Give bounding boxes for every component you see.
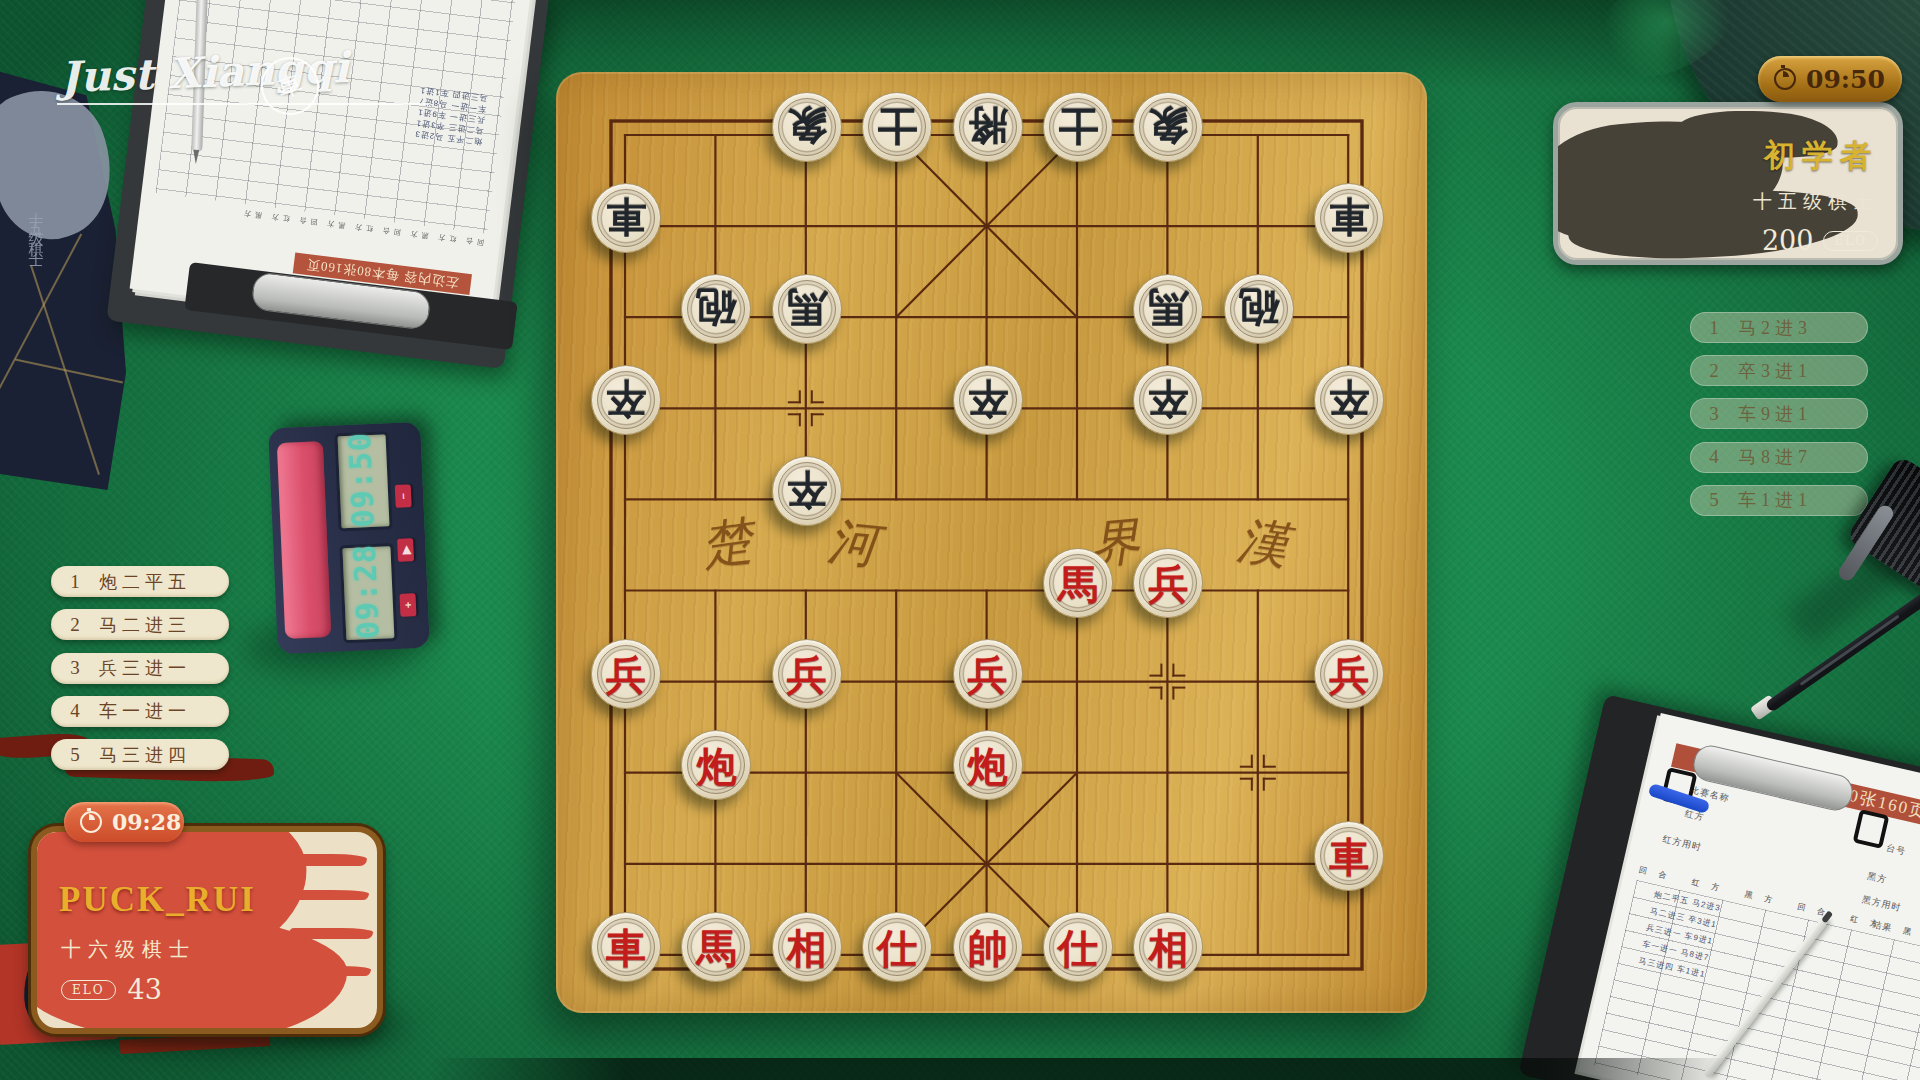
move-pill: 1马2进3 bbox=[1690, 312, 1868, 343]
xiangqi-piece-black[interactable]: 馬 bbox=[1133, 274, 1203, 344]
piece-glyph: 帥 bbox=[954, 913, 1022, 981]
xiangqi-piece-red[interactable]: 兵 bbox=[1133, 548, 1203, 618]
move-pill: 3车9进1 bbox=[1690, 398, 1868, 429]
xiangqi-piece-black[interactable]: 車 bbox=[591, 183, 661, 253]
move-number: 4 bbox=[51, 700, 99, 722]
piece-glyph: 兵 bbox=[1315, 640, 1383, 708]
piece-glyph: 相 bbox=[1134, 913, 1202, 981]
piece-glyph: 象 bbox=[773, 93, 841, 161]
xiangqi-piece-black[interactable]: 士 bbox=[862, 92, 932, 162]
clock-lcd-left: 09:28 bbox=[339, 543, 397, 643]
clock-plus-button[interactable]: + bbox=[399, 593, 416, 617]
xiangqi-piece-black[interactable]: 卒 bbox=[953, 365, 1023, 435]
xiangqi-piece-black[interactable]: 砲 bbox=[1224, 274, 1294, 344]
piece-glyph: 馬 bbox=[1044, 549, 1112, 617]
xiangqi-piece-red[interactable]: 馬 bbox=[1043, 548, 1113, 618]
player-rank: 十六级棋士 bbox=[61, 936, 196, 963]
elo-badge: ELO bbox=[1823, 231, 1878, 251]
piece-glyph: 砲 bbox=[1225, 275, 1293, 343]
xiangqi-board[interactable]: 楚河界漢 象士將士象車車砲馬馬砲卒卒卒卒卒馬兵兵兵兵兵炮炮車車馬相仕帥仕相 bbox=[556, 72, 1427, 1013]
player-card-bottom[interactable]: PUCK_RUI 十六级棋士 ELO 43 bbox=[31, 826, 383, 1034]
piece-glyph: 炮 bbox=[682, 731, 750, 799]
move-pill: 1炮二平五 bbox=[51, 566, 229, 597]
xiangqi-piece-red[interactable]: 仕 bbox=[862, 912, 932, 982]
xiangqi-piece-red[interactable]: 馬 bbox=[681, 912, 751, 982]
board-grid bbox=[556, 72, 1427, 1013]
move-pill: 4车一进一 bbox=[51, 696, 229, 727]
timer-pill-bottom: 09:28 bbox=[64, 802, 184, 842]
piece-glyph: 仕 bbox=[1044, 913, 1112, 981]
move-text: 马二进三 bbox=[99, 613, 191, 637]
clock-lcd-right: 09:50 bbox=[334, 431, 392, 531]
piece-glyph: 仕 bbox=[863, 913, 931, 981]
move-text: 炮二平五 bbox=[99, 570, 191, 594]
xiangqi-piece-black[interactable]: 象 bbox=[772, 92, 842, 162]
piece-glyph: 車 bbox=[1315, 822, 1383, 890]
score-sheet-table bbox=[1594, 880, 1920, 1080]
move-text: 马8进7 bbox=[1738, 445, 1812, 469]
piece-glyph: 卒 bbox=[1315, 366, 1383, 434]
xiangqi-piece-red[interactable]: 相 bbox=[772, 912, 842, 982]
move-text: 车9进1 bbox=[1738, 402, 1812, 426]
river-character: 楚 bbox=[698, 507, 757, 580]
move-text: 卒3进1 bbox=[1738, 359, 1812, 383]
move-number: 1 bbox=[1690, 317, 1738, 339]
piece-glyph: 卒 bbox=[954, 366, 1022, 434]
move-number: 1 bbox=[51, 571, 99, 593]
piece-glyph: 象 bbox=[1134, 93, 1202, 161]
move-number: 3 bbox=[51, 657, 99, 679]
xiangqi-piece-red[interactable]: 車 bbox=[591, 912, 661, 982]
move-number: 5 bbox=[51, 744, 99, 766]
clock-rocker-bar[interactable] bbox=[277, 441, 332, 639]
red-brush-streak bbox=[275, 966, 371, 976]
move-pill: 4马8进7 bbox=[1690, 442, 1868, 473]
player-elo-row: 200 ELO bbox=[1762, 225, 1878, 256]
xiangqi-piece-black[interactable]: 卒 bbox=[1133, 365, 1203, 435]
red-brush-streak bbox=[289, 928, 373, 939]
xiangqi-piece-black[interactable]: 馬 bbox=[772, 274, 842, 344]
timer-value: 09:28 bbox=[112, 809, 181, 835]
player-elo-row: ELO 43 bbox=[61, 974, 162, 1005]
stopwatch-icon bbox=[1774, 68, 1796, 90]
xiangqi-piece-red[interactable]: 帥 bbox=[953, 912, 1023, 982]
xiangqi-piece-red[interactable]: 兵 bbox=[772, 639, 842, 709]
move-pill: 5车1进1 bbox=[1690, 485, 1868, 516]
piece-glyph: 兵 bbox=[1134, 549, 1202, 617]
logo-underline bbox=[57, 103, 429, 105]
move-pill: 2卒3进1 bbox=[1690, 355, 1868, 386]
move-text: 车1进1 bbox=[1738, 488, 1812, 512]
piece-glyph: 卒 bbox=[1134, 366, 1202, 434]
piece-glyph: 車 bbox=[592, 913, 660, 981]
move-number: 5 bbox=[1690, 489, 1738, 511]
xiangqi-piece-black[interactable]: 將 bbox=[953, 92, 1023, 162]
player-name: 初学者 bbox=[1764, 135, 1878, 177]
timer-pill-top: 09:50 bbox=[1758, 56, 1902, 102]
player-rank: 十五级棋士 bbox=[1753, 189, 1878, 215]
clock-menu-button[interactable]: ▶ bbox=[397, 538, 414, 562]
move-number: 3 bbox=[1690, 403, 1738, 425]
move-number: 2 bbox=[1690, 360, 1738, 382]
chess-clock: 09:28 09:50 + ▶ − bbox=[268, 422, 430, 654]
xiangqi-piece-black[interactable]: 卒 bbox=[1314, 365, 1384, 435]
xiangqi-piece-red[interactable]: 兵 bbox=[1314, 639, 1384, 709]
move-number: 4 bbox=[1690, 446, 1738, 468]
piece-glyph: 馬 bbox=[682, 913, 750, 981]
move-pill: 2马二进三 bbox=[51, 609, 229, 640]
player-name: PUCK_RUI bbox=[59, 880, 256, 920]
table-edge-shadow bbox=[430, 1058, 1730, 1080]
book-spine-text: 十五级棋士 bbox=[26, 200, 45, 250]
piece-glyph: 卒 bbox=[592, 366, 660, 434]
xiangqi-piece-black[interactable]: 卒 bbox=[591, 365, 661, 435]
move-number: 2 bbox=[51, 614, 99, 636]
piece-glyph: 士 bbox=[863, 93, 931, 161]
piece-glyph: 車 bbox=[1315, 184, 1383, 252]
piece-glyph: 兵 bbox=[773, 640, 841, 708]
player-card-top[interactable]: 初学者 十五级棋士 200 ELO bbox=[1553, 102, 1903, 265]
river-character: 漢 bbox=[1234, 507, 1293, 580]
piece-glyph: 馬 bbox=[1134, 275, 1202, 343]
xiangqi-piece-red[interactable]: 仕 bbox=[1043, 912, 1113, 982]
piece-glyph: 兵 bbox=[954, 640, 1022, 708]
clock-minus-button[interactable]: − bbox=[395, 484, 412, 508]
stopwatch-icon bbox=[80, 811, 102, 833]
elo-value: 43 bbox=[128, 974, 162, 1005]
move-text: 车一进一 bbox=[99, 699, 191, 723]
red-brush-streak bbox=[277, 854, 367, 866]
xiangqi-piece-red[interactable]: 兵 bbox=[953, 639, 1023, 709]
piece-glyph: 兵 bbox=[592, 640, 660, 708]
elo-badge: ELO bbox=[61, 980, 116, 1000]
xiangqi-piece-black[interactable]: 士 bbox=[1043, 92, 1113, 162]
timer-value: 09:50 bbox=[1806, 65, 1885, 94]
xiangqi-piece-black[interactable]: 卒 bbox=[772, 456, 842, 526]
piece-glyph: 砲 bbox=[682, 275, 750, 343]
xiangqi-piece-red[interactable]: 炮 bbox=[681, 730, 751, 800]
piece-glyph: 卒 bbox=[773, 457, 841, 525]
piece-glyph: 將 bbox=[954, 93, 1022, 161]
move-pill: 5马三进四 bbox=[51, 739, 229, 770]
xiangqi-piece-black[interactable]: 車 bbox=[1314, 183, 1384, 253]
piece-glyph: 馬 bbox=[773, 275, 841, 343]
xiangqi-piece-red[interactable]: 兵 bbox=[591, 639, 661, 709]
piece-glyph: 炮 bbox=[954, 731, 1022, 799]
piece-glyph: 車 bbox=[592, 184, 660, 252]
xiangqi-piece-black[interactable]: 象 bbox=[1133, 92, 1203, 162]
elo-value: 200 bbox=[1762, 225, 1814, 256]
red-brush-streak bbox=[265, 890, 369, 900]
xiangqi-piece-red[interactable]: 車 bbox=[1314, 821, 1384, 891]
move-pill: 3兵三进一 bbox=[51, 653, 229, 684]
xiangqi-piece-red[interactable]: 相 bbox=[1133, 912, 1203, 982]
xiangqi-piece-black[interactable]: 砲 bbox=[681, 274, 751, 344]
move-text: 马三进四 bbox=[99, 743, 191, 767]
move-text: 马2进3 bbox=[1738, 316, 1812, 340]
piece-glyph: 士 bbox=[1044, 93, 1112, 161]
piece-glyph: 相 bbox=[773, 913, 841, 981]
move-text: 兵三进一 bbox=[99, 656, 191, 680]
xiangqi-piece-red[interactable]: 炮 bbox=[953, 730, 1023, 800]
